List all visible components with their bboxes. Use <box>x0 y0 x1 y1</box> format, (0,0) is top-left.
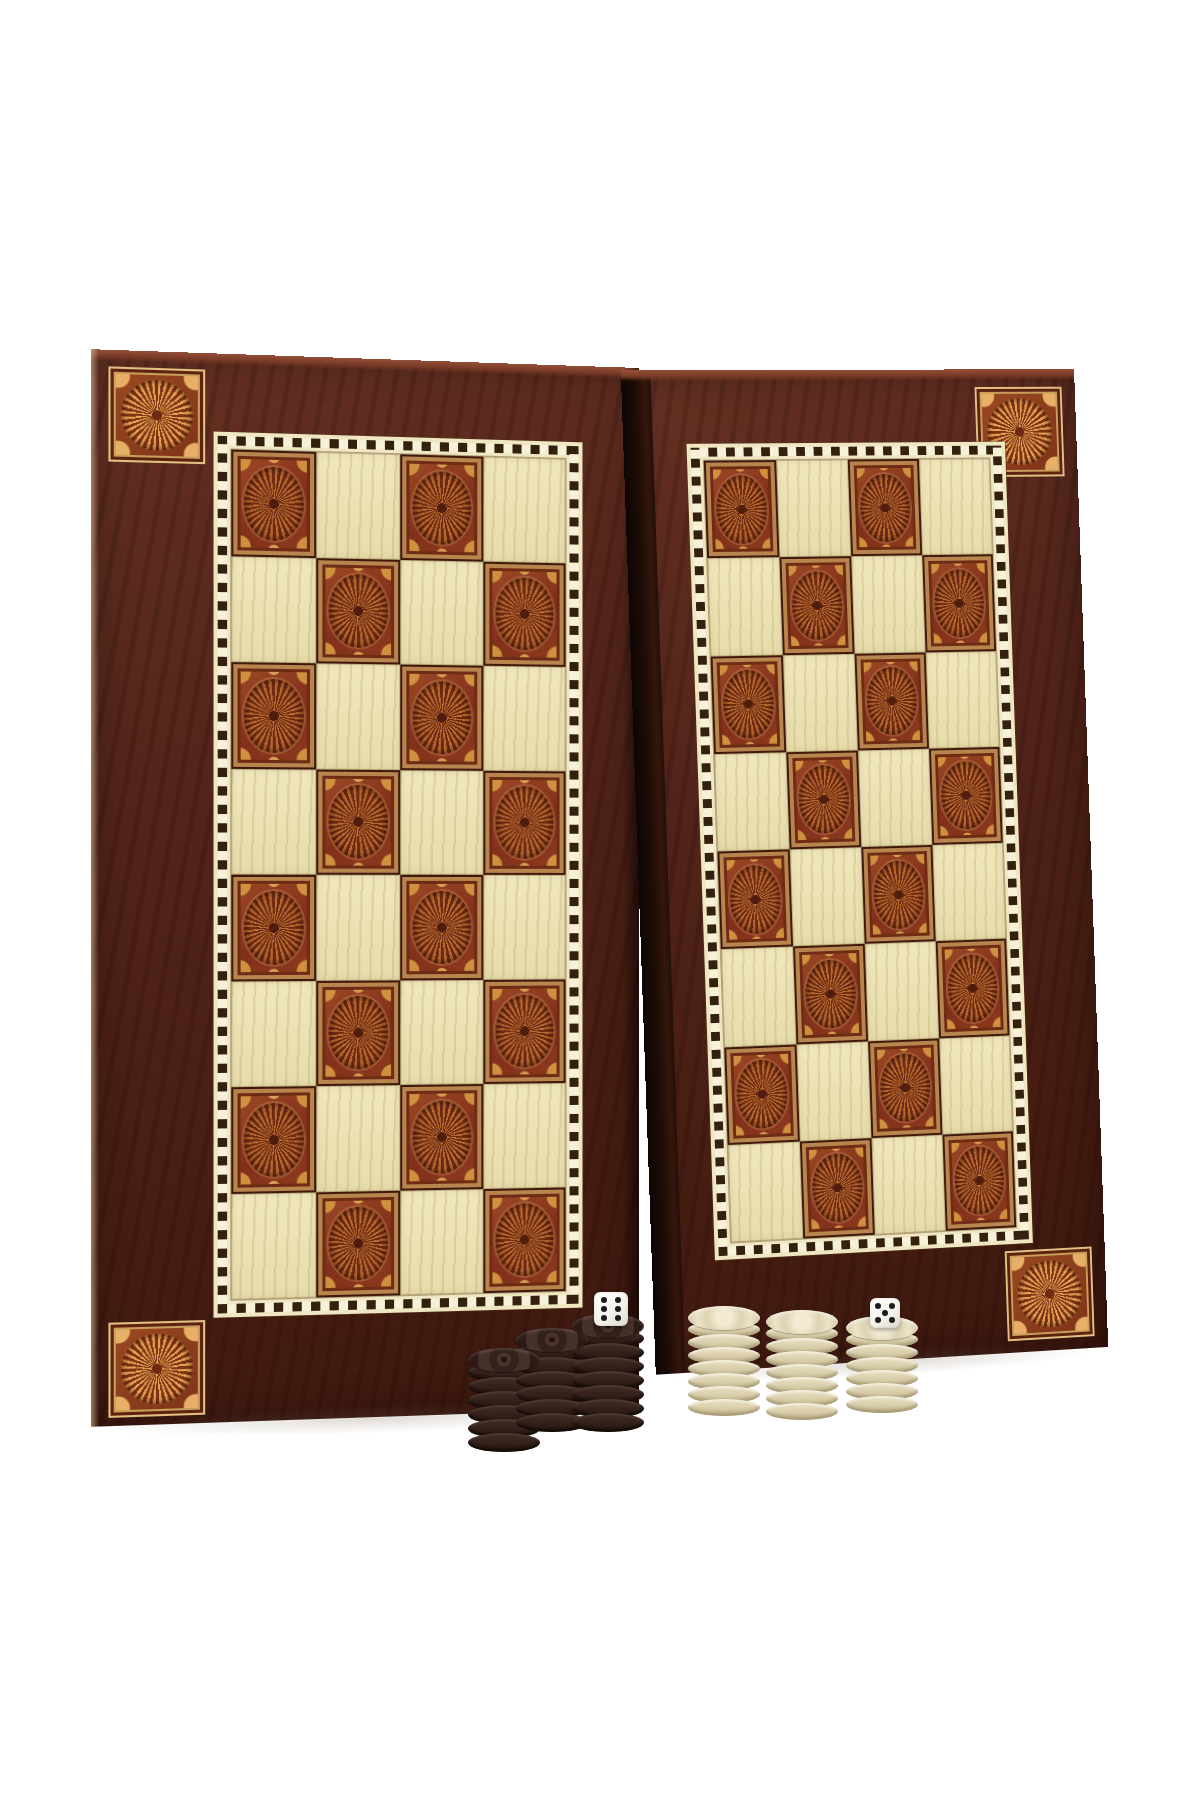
board-cell-dark <box>316 980 400 1086</box>
checker <box>766 1403 838 1420</box>
board-cell-dark <box>786 750 861 849</box>
checker <box>468 1433 540 1452</box>
checker <box>572 1413 644 1432</box>
die-pip <box>889 1317 895 1323</box>
die-pip <box>601 1297 607 1303</box>
board-cell-dark <box>793 944 868 1044</box>
board-cell-light <box>721 947 797 1047</box>
board-cell-dark <box>717 849 793 949</box>
board-top-edge <box>621 369 1075 381</box>
board-cell-light <box>871 1134 945 1234</box>
board-cell-light <box>932 843 1006 942</box>
board-cell-light <box>400 1189 483 1296</box>
board-cell-light <box>316 1085 400 1192</box>
board-cell-dark <box>724 1044 800 1145</box>
die-pip <box>615 1306 621 1312</box>
die-showing-6 <box>594 1292 628 1326</box>
board-cell-light <box>707 557 783 656</box>
board-cell-light <box>796 1041 871 1141</box>
die-showing-5 <box>870 1298 900 1328</box>
board-cell-dark <box>929 747 1003 845</box>
board-cell-dark <box>316 769 400 875</box>
corner-marquetry <box>108 1320 205 1418</box>
board-cell-light <box>231 980 316 1087</box>
die-pip <box>889 1303 895 1309</box>
board-cell-dark <box>848 459 922 556</box>
board-cell-dark <box>779 556 854 654</box>
board-cell-dark <box>861 845 935 944</box>
board-cell-dark <box>231 875 316 981</box>
checker-stack-light <box>766 1310 838 1420</box>
board-cell-light <box>231 556 316 664</box>
board-grid-right <box>704 458 1016 1242</box>
board-cell-dark <box>483 561 565 667</box>
board-cell-light <box>728 1141 804 1242</box>
die-pip <box>615 1297 621 1303</box>
board-cell-dark <box>400 1084 483 1190</box>
board-half-left <box>91 349 639 1427</box>
board-cell-dark <box>711 655 787 754</box>
board-cell-light <box>926 651 1000 749</box>
checkerboard-right <box>686 442 1032 1261</box>
board-cell-dark <box>868 1038 942 1138</box>
checker-top-face <box>688 1306 760 1330</box>
board-half-right <box>621 369 1108 1375</box>
board-cell-light <box>483 875 565 980</box>
board-cell-dark <box>483 770 565 875</box>
board-cell-dark <box>922 554 996 651</box>
board-cell-light <box>790 847 865 947</box>
checker-stack-light <box>688 1306 760 1416</box>
board-cell-light <box>231 1192 316 1300</box>
board-cell-light <box>483 457 565 563</box>
board-cell-dark <box>231 662 316 769</box>
die-pip <box>615 1315 621 1321</box>
board-cell-dark <box>400 454 483 561</box>
die-pip <box>601 1306 607 1312</box>
board-cell-light <box>919 458 993 555</box>
board-cell-light <box>316 663 400 769</box>
board-cell-dark <box>400 665 483 771</box>
die-pip <box>882 1310 888 1316</box>
board-cell-light <box>400 559 483 665</box>
board-cell-light <box>231 768 316 874</box>
board-cell-dark <box>936 939 1010 1038</box>
board-cell-light <box>858 748 932 847</box>
board-cell-dark <box>483 1187 565 1293</box>
die-pip <box>601 1315 607 1321</box>
board-cell-dark <box>942 1131 1016 1231</box>
board-cell-light <box>714 752 790 852</box>
checker-stack-dark <box>572 1314 644 1432</box>
product-photo <box>0 0 1200 1800</box>
dot-border <box>691 446 1002 457</box>
board-cell-dark <box>316 558 400 665</box>
board-cell-dark <box>316 1190 400 1297</box>
board-cell-dark <box>400 875 483 980</box>
board-cell-light <box>483 666 565 771</box>
board-cell-light <box>776 460 851 558</box>
board-cell-light <box>316 452 400 559</box>
corner-marquetry <box>1005 1246 1095 1341</box>
dot-border <box>570 446 579 1304</box>
checker-top-face <box>766 1310 838 1334</box>
board-cell-dark <box>483 979 565 1084</box>
checker-stack-light <box>846 1316 918 1413</box>
board-cell-light <box>851 555 925 653</box>
board-cell-light <box>400 979 483 1085</box>
checker-top-face <box>468 1348 540 1372</box>
board-cell-dark <box>855 652 929 750</box>
board-cell-light <box>939 1035 1013 1134</box>
board-cell-light <box>483 1083 565 1189</box>
checkerboard-left <box>214 432 583 1318</box>
board-cell-light <box>316 875 400 981</box>
board-cell-dark <box>231 450 316 558</box>
board-cell-light <box>400 770 483 875</box>
board-cell-light <box>865 941 939 1041</box>
board-side-edge <box>91 349 98 1427</box>
board-grid-left <box>231 450 565 1300</box>
checker <box>846 1396 918 1413</box>
board-cell-light <box>783 653 858 752</box>
die-pip <box>875 1303 881 1309</box>
checker <box>688 1399 760 1416</box>
die-pip <box>875 1317 881 1323</box>
dot-border <box>218 436 227 1314</box>
board-cell-dark <box>800 1138 875 1239</box>
board-cell-dark <box>231 1086 316 1193</box>
board-cell-dark <box>704 460 780 558</box>
corner-marquetry <box>108 366 205 464</box>
